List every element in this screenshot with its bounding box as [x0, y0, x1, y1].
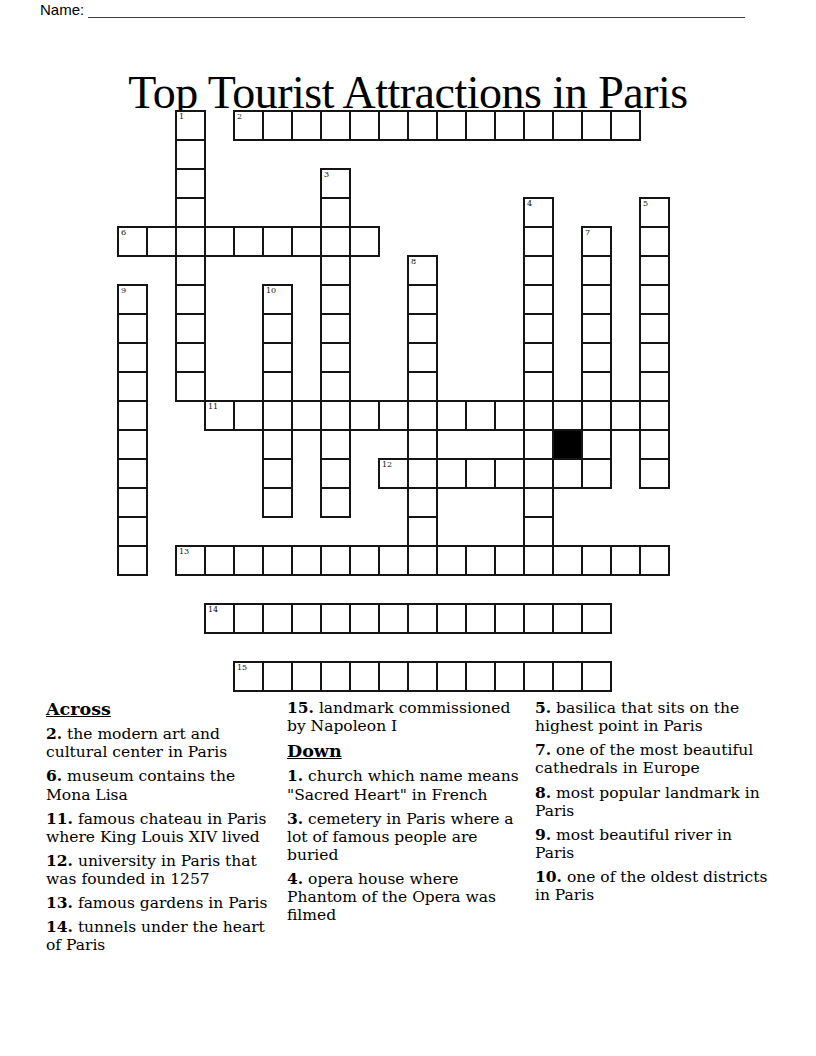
clue-9-down: 9. most beautiful river in Paris [535, 826, 772, 862]
grid-cell-r17c7[interactable] [320, 603, 351, 634]
grid-cell-r10c0[interactable] [117, 400, 148, 431]
grid-cell-r0c6[interactable] [291, 110, 322, 141]
grid-cell-r17c10[interactable] [407, 603, 438, 634]
grid-cell-r17c9[interactable] [378, 603, 409, 634]
grid-cell-r3c2[interactable] [175, 197, 206, 228]
grid-cell-r5c14[interactable] [523, 255, 554, 286]
grid-cell-r11c0[interactable] [117, 429, 148, 460]
grid-cell-r17c8[interactable] [349, 603, 380, 634]
grid-cell-r9c16[interactable] [581, 371, 612, 402]
clue-1-down: 1. church which name means "Sacred Heart… [287, 767, 524, 803]
grid-cell-r0c7[interactable] [320, 110, 351, 141]
grid-cell-r15c8[interactable] [349, 545, 380, 576]
clue-4-down: 4. opera house where Phantom of the Oper… [287, 870, 524, 924]
grid-cell-r9c2[interactable] [175, 371, 206, 402]
grid-cell-r10c11[interactable] [436, 400, 467, 431]
grid-cell-r5c16[interactable] [581, 255, 612, 286]
grid-cell-r8c10[interactable] [407, 342, 438, 373]
grid-cell-r19c4[interactable]: 15 [233, 661, 264, 692]
grid-cell-r6c0[interactable]: 9 [117, 284, 148, 315]
grid-cell-r4c8[interactable] [349, 226, 380, 257]
clue-14-across-number: 14. [46, 917, 73, 936]
grid-cell-r17c4[interactable] [233, 603, 264, 634]
grid-cell-r5c18[interactable] [639, 255, 670, 286]
grid-cell-r10c18[interactable] [639, 400, 670, 431]
grid-cell-r12c13[interactable] [494, 458, 525, 489]
grid-cell-r19c9[interactable] [378, 661, 409, 692]
grid-cell-r19c8[interactable] [349, 661, 380, 692]
grid-cell-r6c5[interactable]: 10 [262, 284, 293, 315]
clue-number-2: 2 [237, 112, 242, 122]
grid-cell-r10c4[interactable] [233, 400, 264, 431]
grid-cell-r13c14[interactable] [523, 487, 554, 518]
clue-number-13: 13 [179, 547, 189, 557]
clue-number-15: 15 [237, 663, 247, 673]
grid-cell-r7c18[interactable] [639, 313, 670, 344]
grid-cell-r17c12[interactable] [465, 603, 496, 634]
grid-cell-r15c12[interactable] [465, 545, 496, 576]
grid-cell-r9c7[interactable] [320, 371, 351, 402]
grid-cell-r12c14[interactable] [523, 458, 554, 489]
grid-cell-r19c14[interactable] [523, 661, 554, 692]
grid-cell-r6c2[interactable] [175, 284, 206, 315]
grid-cell-r2c7[interactable]: 3 [320, 168, 351, 199]
grid-cell-r12c18[interactable] [639, 458, 670, 489]
grid-cell-r8c0[interactable] [117, 342, 148, 373]
clue-3-down-number: 3. [287, 809, 303, 828]
grid-cell-r17c6[interactable] [291, 603, 322, 634]
grid-cell-r14c14[interactable] [523, 516, 554, 547]
grid-cell-r0c4[interactable]: 2 [233, 110, 264, 141]
grid-cell-r10c14[interactable] [523, 400, 554, 431]
grid-cell-r15c10[interactable] [407, 545, 438, 576]
grid-cell-r4c18[interactable] [639, 226, 670, 257]
clue-number-3: 3 [324, 170, 329, 180]
grid-cell-r0c17[interactable] [610, 110, 641, 141]
grid-cell-r19c7[interactable] [320, 661, 351, 692]
grid-cell-r3c7[interactable] [320, 197, 351, 228]
clues-column-1: Across2. the modern art and cultural cen… [46, 699, 283, 961]
grid-cell-r1c2[interactable] [175, 139, 206, 170]
grid-cell-r12c15[interactable] [552, 458, 583, 489]
grid-cell-r9c10[interactable] [407, 371, 438, 402]
grid-cell-r8c14[interactable] [523, 342, 554, 373]
clue-number-11: 11 [208, 402, 218, 412]
grid-cell-r12c0[interactable] [117, 458, 148, 489]
grid-cell-r15c14[interactable] [523, 545, 554, 576]
grid-cell-r7c10[interactable] [407, 313, 438, 344]
grid-cell-r10c16[interactable] [581, 400, 612, 431]
worksheet-page: { "header": { "name_label": "Name:", "ti… [0, 0, 816, 1056]
clue-number-8: 8 [411, 257, 416, 267]
grid-cell-r19c11[interactable] [436, 661, 467, 692]
grid-cell-r4c0[interactable]: 6 [117, 226, 148, 257]
grid-cell-r0c14[interactable] [523, 110, 554, 141]
clue-7-down-number: 7. [535, 740, 551, 759]
grid-cell-r4c5[interactable] [262, 226, 293, 257]
grid-cell-r12c5[interactable] [262, 458, 293, 489]
grid-cell-r7c2[interactable] [175, 313, 206, 344]
grid-cell-r17c14[interactable] [523, 603, 554, 634]
clue-8-down: 8. most popular landmark in Paris [535, 784, 772, 820]
clue-2-across: 2. the modern art and cultural center in… [46, 725, 283, 761]
grid-cell-r7c14[interactable] [523, 313, 554, 344]
clue-10-down-number: 10. [535, 867, 562, 886]
grid-cell-r15c0[interactable] [117, 545, 148, 576]
across-heading: Across [46, 699, 283, 719]
grid-cell-r0c15[interactable] [552, 110, 583, 141]
grid-cell-r12c9[interactable]: 12 [378, 458, 409, 489]
clue-number-10: 10 [266, 286, 276, 296]
clue-4-down-number: 4. [287, 869, 303, 888]
grid-cell-r19c10[interactable] [407, 661, 438, 692]
grid-cell-r17c11[interactable] [436, 603, 467, 634]
clue-15-across: 15. landmark commissioned by Napoleon I [287, 699, 524, 735]
grid-cell-r12c7[interactable] [320, 458, 351, 489]
clue-12-across: 12. university in Paris that was founded… [46, 852, 283, 888]
grid-cell-r15c6[interactable] [291, 545, 322, 576]
grid-cell-r11c18[interactable] [639, 429, 670, 460]
clue-11-across-number: 11. [46, 809, 73, 828]
clue-9-down-number: 9. [535, 825, 551, 844]
name-blank-line[interactable] [88, 1, 745, 18]
grid-cell-r3c14[interactable]: 4 [523, 197, 554, 228]
grid-cell-r4c2[interactable] [175, 226, 206, 257]
grid-cell-r0c8[interactable] [349, 110, 380, 141]
grid-cell-r15c4[interactable] [233, 545, 264, 576]
grid-cell-r19c12[interactable] [465, 661, 496, 692]
grid-cell-r6c14[interactable] [523, 284, 554, 315]
grid-cell-r11c5[interactable] [262, 429, 293, 460]
grid-cell-r0c9[interactable] [378, 110, 409, 141]
name-label: Name: [40, 1, 84, 18]
clue-15-across-number: 15. [287, 698, 314, 717]
grid-cell-r14c10[interactable] [407, 516, 438, 547]
grid-cell-r10c17[interactable] [610, 400, 641, 431]
grid-cell-r19c5[interactable] [262, 661, 293, 692]
grid-cell-r4c3[interactable] [204, 226, 235, 257]
grid-cell-r14c0[interactable] [117, 516, 148, 547]
clue-number-7: 7 [585, 228, 590, 238]
clue-11-across: 11. famous chateau in Paris where King L… [46, 810, 283, 846]
grid-cell-r13c5[interactable] [262, 487, 293, 518]
grid-cell-r15c3[interactable] [204, 545, 235, 576]
clue-number-14: 14 [208, 605, 218, 615]
down-heading: Down [287, 741, 524, 761]
grid-cell-r8c16[interactable] [581, 342, 612, 373]
grid-cell-r6c10[interactable] [407, 284, 438, 315]
grid-cell-r15c15[interactable] [552, 545, 583, 576]
grid-cell-r9c5[interactable] [262, 371, 293, 402]
grid-cell-r17c5[interactable] [262, 603, 293, 634]
clue-14-across: 14. tunnels under the heart of Paris [46, 918, 283, 954]
grid-cell-r15c13[interactable] [494, 545, 525, 576]
grid-cell-r4c7[interactable] [320, 226, 351, 257]
grid-cell-r9c14[interactable] [523, 371, 554, 402]
clue-10-down: 10. one of the oldest districts in Paris [535, 868, 772, 904]
black-cell [552, 429, 583, 460]
grid-cell-r0c5[interactable] [262, 110, 293, 141]
clue-number-9: 9 [121, 286, 126, 296]
clue-number-6: 6 [121, 228, 126, 238]
grid-cell-r3c18[interactable]: 5 [639, 197, 670, 228]
grid-cell-r4c4[interactable] [233, 226, 264, 257]
grid-cell-r8c2[interactable] [175, 342, 206, 373]
grid-cell-r11c16[interactable] [581, 429, 612, 460]
grid-cell-r15c5[interactable] [262, 545, 293, 576]
grid-cell-r13c10[interactable] [407, 487, 438, 518]
grid-cell-r10c15[interactable] [552, 400, 583, 431]
clue-number-12: 12 [382, 460, 392, 470]
grid-cell-r6c18[interactable] [639, 284, 670, 315]
clue-1-down-number: 1. [287, 766, 303, 785]
grid-cell-r13c7[interactable] [320, 487, 351, 518]
grid-cell-r17c15[interactable] [552, 603, 583, 634]
grid-cell-r8c18[interactable] [639, 342, 670, 373]
clue-5-down-number: 5. [535, 698, 551, 717]
grid-cell-r12c11[interactable] [436, 458, 467, 489]
grid-cell-r13c0[interactable] [117, 487, 148, 518]
grid-cell-r0c13[interactable] [494, 110, 525, 141]
grid-cell-r17c13[interactable] [494, 603, 525, 634]
clue-3-down: 3. cemetery in Paris where a lot of famo… [287, 810, 524, 864]
grid-cell-r19c6[interactable] [291, 661, 322, 692]
grid-cell-r10c7[interactable] [320, 400, 351, 431]
grid-cell-r6c16[interactable] [581, 284, 612, 315]
grid-cell-r19c16[interactable] [581, 661, 612, 692]
grid-cell-r19c15[interactable] [552, 661, 583, 692]
grid-cell-r7c0[interactable] [117, 313, 148, 344]
grid-cell-r10c5[interactable] [262, 400, 293, 431]
grid-cell-r5c7[interactable] [320, 255, 351, 286]
grid-cell-r6c7[interactable] [320, 284, 351, 315]
grid-cell-r15c7[interactable] [320, 545, 351, 576]
clue-13-across-number: 13. [46, 893, 73, 912]
grid-cell-r12c12[interactable] [465, 458, 496, 489]
grid-cell-r9c0[interactable] [117, 371, 148, 402]
clue-number-1: 1 [179, 112, 184, 122]
grid-cell-r12c16[interactable] [581, 458, 612, 489]
grid-cell-r11c7[interactable] [320, 429, 351, 460]
grid-cell-r7c7[interactable] [320, 313, 351, 344]
grid-cell-r17c16[interactable] [581, 603, 612, 634]
grid-cell-r15c16[interactable] [581, 545, 612, 576]
clue-7-down: 7. one of the most beautiful cathedrals … [535, 741, 772, 777]
clue-8-down-number: 8. [535, 783, 551, 802]
grid-cell-r0c2[interactable]: 1 [175, 110, 206, 141]
grid-cell-r15c9[interactable] [378, 545, 409, 576]
grid-cell-r0c10[interactable] [407, 110, 438, 141]
grid-cell-r4c1[interactable] [146, 226, 177, 257]
grid-cell-r10c10[interactable] [407, 400, 438, 431]
grid-cell-r15c17[interactable] [610, 545, 641, 576]
grid-cell-r5c10[interactable]: 8 [407, 255, 438, 286]
grid-cell-r0c11[interactable] [436, 110, 467, 141]
grid-cell-r4c14[interactable] [523, 226, 554, 257]
clue-13-across: 13. famous gardens in Paris [46, 894, 283, 912]
grid-cell-r10c3[interactable]: 11 [204, 400, 235, 431]
grid-cell-r9c18[interactable] [639, 371, 670, 402]
clue-6-across: 6. museum contains the Mona Lisa [46, 767, 283, 803]
clue-5-down: 5. basilica that sits on the highest poi… [535, 699, 772, 735]
clues-column-3: 5. basilica that sits on the highest poi… [535, 699, 772, 910]
grid-cell-r11c14[interactable] [523, 429, 554, 460]
grid-cell-r7c5[interactable] [262, 313, 293, 344]
grid-cell-r5c2[interactable] [175, 255, 206, 286]
clue-number-5: 5 [643, 199, 648, 209]
grid-cell-r12c10[interactable] [407, 458, 438, 489]
clue-number-4: 4 [527, 199, 532, 209]
grid-cell-r10c13[interactable] [494, 400, 525, 431]
grid-cell-r8c7[interactable] [320, 342, 351, 373]
grid-cell-r0c12[interactable] [465, 110, 496, 141]
crossword-grid: 123456789101112131415 [117, 110, 670, 692]
clue-6-across-number: 6. [46, 766, 62, 785]
grid-cell-r10c9[interactable] [378, 400, 409, 431]
grid-cell-r17c3[interactable]: 14 [204, 603, 235, 634]
grid-cell-r0c16[interactable] [581, 110, 612, 141]
grid-cell-r7c16[interactable] [581, 313, 612, 344]
grid-cell-r11c10[interactable] [407, 429, 438, 460]
name-row: Name: [40, 1, 776, 19]
grid-cell-r15c18[interactable] [639, 545, 670, 576]
grid-cell-r10c6[interactable] [291, 400, 322, 431]
grid-cell-r19c13[interactable] [494, 661, 525, 692]
clue-2-across-number: 2. [46, 724, 62, 743]
grid-cell-r15c11[interactable] [436, 545, 467, 576]
grid-cell-r10c12[interactable] [465, 400, 496, 431]
grid-cell-r15c2[interactable]: 13 [175, 545, 206, 576]
grid-cell-r2c2[interactable] [175, 168, 206, 199]
grid-cell-r4c6[interactable] [291, 226, 322, 257]
clue-12-across-number: 12. [46, 851, 73, 870]
clues-column-2: 15. landmark commissioned by Napoleon ID… [287, 699, 524, 930]
grid-cell-r4c16[interactable]: 7 [581, 226, 612, 257]
grid-cell-r8c5[interactable] [262, 342, 293, 373]
grid-cell-r10c8[interactable] [349, 400, 380, 431]
